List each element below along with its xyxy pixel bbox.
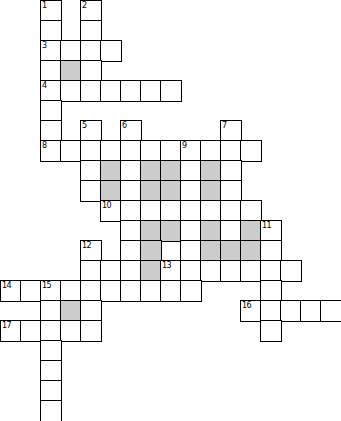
letter-cell-r13-c8[interactable]: 13 <box>160 260 182 282</box>
letter-cell-r16-c0[interactable]: 17 <box>0 320 22 342</box>
letter-cell-r10-c5[interactable]: 10 <box>100 200 122 222</box>
letter-cell-r7-c9[interactable]: 9 <box>180 140 202 162</box>
letter-cell-r4-c5[interactable] <box>100 80 122 102</box>
clue-number-16: 16 <box>242 301 251 310</box>
shaded-cell-r8-c10 <box>200 160 222 182</box>
letter-cell-r15-c16[interactable] <box>320 300 341 322</box>
letter-cell-r15-c13[interactable] <box>260 300 282 322</box>
shaded-cell-r8-c7 <box>140 160 162 182</box>
letter-cell-r15-c14[interactable] <box>280 300 302 322</box>
clue-number-1: 1 <box>42 1 47 10</box>
shaded-cell-r13-c7 <box>140 260 162 282</box>
letter-cell-r1-c4[interactable] <box>80 20 102 42</box>
letter-cell-r12-c9[interactable] <box>180 240 202 262</box>
crossword-board: 1234567891011121314151617 <box>0 0 341 421</box>
letter-cell-r7-c2[interactable]: 8 <box>40 140 62 162</box>
shaded-cell-r11-c7 <box>140 220 162 242</box>
letter-cell-r13-c13[interactable] <box>260 260 282 282</box>
letter-cell-r13-c4[interactable] <box>80 260 102 282</box>
letter-cell-r13-c6[interactable] <box>120 260 142 282</box>
letter-cell-r4-c6[interactable] <box>120 80 142 102</box>
letter-cell-r16-c1[interactable] <box>20 320 42 342</box>
letter-cell-r18-c2[interactable] <box>40 360 62 382</box>
letter-cell-r7-c11[interactable] <box>220 140 242 162</box>
letter-cell-r11-c9[interactable] <box>180 220 202 242</box>
letter-cell-r14-c8[interactable] <box>160 280 182 302</box>
letter-cell-r12-c4[interactable]: 12 <box>80 240 102 262</box>
letter-cell-r8-c4[interactable] <box>80 160 102 182</box>
letter-cell-r4-c8[interactable] <box>160 80 182 102</box>
letter-cell-r9-c4[interactable] <box>80 180 102 202</box>
letter-cell-r2-c2[interactable]: 3 <box>40 40 62 62</box>
shaded-cell-r12-c11 <box>220 240 242 262</box>
shaded-cell-r12-c12 <box>240 240 262 262</box>
letter-cell-r15-c12[interactable]: 16 <box>240 300 262 322</box>
shaded-cell-r12-c10 <box>200 240 222 262</box>
letter-cell-r7-c10[interactable] <box>200 140 222 162</box>
clue-number-14: 14 <box>2 281 11 290</box>
letter-cell-r11-c11[interactable] <box>220 220 242 242</box>
shaded-cell-r9-c8 <box>160 180 182 202</box>
clue-number-4: 4 <box>42 81 47 90</box>
letter-cell-r1-c2[interactable] <box>40 20 62 42</box>
letter-cell-r10-c12[interactable] <box>240 200 262 222</box>
letter-cell-r16-c13[interactable] <box>260 320 282 342</box>
letter-cell-r10-c9[interactable] <box>180 200 202 222</box>
clue-number-10: 10 <box>102 201 111 210</box>
letter-cell-r4-c3[interactable] <box>60 80 82 102</box>
shaded-cell-r8-c5 <box>100 160 122 182</box>
letter-cell-r6-c11[interactable]: 7 <box>220 120 242 142</box>
letter-cell-r16-c4[interactable] <box>80 320 102 342</box>
letter-cell-r7-c5[interactable] <box>100 140 122 162</box>
letter-cell-r0-c2[interactable]: 1 <box>40 0 62 22</box>
letter-cell-r12-c13[interactable] <box>260 240 282 262</box>
letter-cell-r20-c2[interactable] <box>40 400 62 421</box>
shaded-cell-r15-c3 <box>60 300 82 322</box>
letter-cell-r0-c4[interactable]: 2 <box>80 0 102 22</box>
shaded-cell-r11-c12 <box>240 220 262 242</box>
letter-cell-r14-c3[interactable] <box>60 280 82 302</box>
letter-cell-r12-c6[interactable] <box>120 240 142 262</box>
shaded-cell-r8-c8 <box>160 160 182 182</box>
letter-cell-r13-c14[interactable] <box>280 260 302 282</box>
clue-number-6: 6 <box>122 121 127 130</box>
clue-number-17: 17 <box>2 321 11 330</box>
letter-cell-r10-c7[interactable] <box>140 200 162 222</box>
letter-cell-r14-c5[interactable] <box>100 280 122 302</box>
letter-cell-r2-c4[interactable] <box>80 40 102 62</box>
letter-cell-r10-c11[interactable] <box>220 200 242 222</box>
letter-cell-r3-c4[interactable] <box>80 60 102 82</box>
letter-cell-r15-c2[interactable] <box>40 300 62 322</box>
letter-cell-r9-c11[interactable] <box>220 180 242 202</box>
letter-cell-r17-c2[interactable] <box>40 340 62 362</box>
letter-cell-r14-c7[interactable] <box>140 280 162 302</box>
shaded-cell-r9-c5 <box>100 180 122 202</box>
letter-cell-r8-c9[interactable] <box>180 160 202 182</box>
letter-cell-r7-c8[interactable] <box>160 140 182 162</box>
letter-cell-r7-c6[interactable] <box>120 140 142 162</box>
letter-cell-r14-c9[interactable] <box>180 280 202 302</box>
letter-cell-r14-c13[interactable] <box>260 280 282 302</box>
letter-cell-r6-c4[interactable]: 5 <box>80 120 102 142</box>
clue-number-12: 12 <box>82 241 91 250</box>
letter-cell-r14-c6[interactable] <box>120 280 142 302</box>
letter-cell-r5-c2[interactable] <box>40 100 62 122</box>
letter-cell-r10-c6[interactable] <box>120 200 142 222</box>
letter-cell-r3-c2[interactable] <box>40 60 62 82</box>
letter-cell-r16-c2[interactable] <box>40 320 62 342</box>
letter-cell-r11-c13[interactable]: 11 <box>260 220 282 242</box>
letter-cell-r6-c2[interactable] <box>40 120 62 142</box>
clue-number-7: 7 <box>222 121 227 130</box>
letter-cell-r8-c11[interactable] <box>220 160 242 182</box>
clue-number-9: 9 <box>182 141 187 150</box>
clue-number-5: 5 <box>82 121 87 130</box>
letter-cell-r14-c2[interactable]: 15 <box>40 280 62 302</box>
letter-cell-r4-c7[interactable] <box>140 80 162 102</box>
shaded-cell-r11-c10 <box>200 220 222 242</box>
letter-cell-r13-c5[interactable] <box>100 260 122 282</box>
letter-cell-r7-c3[interactable] <box>60 140 82 162</box>
letter-cell-r2-c5[interactable] <box>100 40 122 62</box>
letter-cell-r7-c7[interactable] <box>140 140 162 162</box>
letter-cell-r10-c10[interactable] <box>200 200 222 222</box>
letter-cell-r15-c4[interactable] <box>80 300 102 322</box>
clue-number-13: 13 <box>162 261 171 270</box>
letter-cell-r13-c9[interactable] <box>180 260 202 282</box>
letter-cell-r14-c1[interactable] <box>20 280 42 302</box>
letter-cell-r7-c12[interactable] <box>240 140 262 162</box>
clue-number-11: 11 <box>262 221 271 230</box>
letter-cell-r9-c9[interactable] <box>180 180 202 202</box>
shaded-cell-r9-c7 <box>140 180 162 202</box>
letter-cell-r2-c3[interactable] <box>60 40 82 62</box>
shaded-cell-r12-c7 <box>140 240 162 262</box>
shaded-cell-r11-c8 <box>160 220 182 242</box>
letter-cell-r4-c2[interactable]: 4 <box>40 80 62 102</box>
letter-cell-r15-c15[interactable] <box>300 300 322 322</box>
letter-cell-r13-c12[interactable] <box>240 260 262 282</box>
clue-number-3: 3 <box>42 41 47 50</box>
letter-cell-r19-c2[interactable] <box>40 380 62 402</box>
letter-cell-r11-c6[interactable] <box>120 220 142 242</box>
clue-number-8: 8 <box>42 141 47 150</box>
clue-number-2: 2 <box>82 1 87 10</box>
letter-cell-r13-c11[interactable] <box>220 260 242 282</box>
clue-number-15: 15 <box>42 281 51 290</box>
letter-cell-r6-c6[interactable]: 6 <box>120 120 142 142</box>
letter-cell-r7-c4[interactable] <box>80 140 102 162</box>
letter-cell-r10-c8[interactable] <box>160 200 182 222</box>
shaded-cell-r9-c10 <box>200 180 222 202</box>
letter-cell-r14-c0[interactable]: 14 <box>0 280 22 302</box>
shaded-cell-r3-c3 <box>60 60 82 82</box>
letter-cell-r14-c4[interactable] <box>80 280 102 302</box>
letter-cell-r8-c6[interactable] <box>120 160 142 182</box>
letter-cell-r4-c4[interactable] <box>80 80 102 102</box>
letter-cell-r16-c3[interactable] <box>60 320 82 342</box>
letter-cell-r13-c10[interactable] <box>200 260 222 282</box>
letter-cell-r9-c6[interactable] <box>120 180 142 202</box>
